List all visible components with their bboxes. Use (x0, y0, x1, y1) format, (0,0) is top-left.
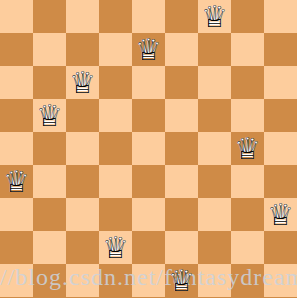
square-r1c7 (231, 33, 264, 66)
square-r0c1 (33, 0, 66, 33)
square-r0c0 (0, 0, 33, 33)
square-r8c4 (132, 264, 165, 297)
white-queen-outline-icon: ♕ (66, 66, 99, 99)
square-r7c4 (132, 231, 165, 264)
square-r3c0 (0, 99, 33, 132)
square-r1c4: ♛♕ (132, 33, 165, 66)
square-r0c5 (165, 0, 198, 33)
white-queen-outline-icon: ♕ (99, 231, 132, 264)
square-r8c0 (0, 264, 33, 297)
square-r4c4 (132, 132, 165, 165)
square-r0c2 (66, 0, 99, 33)
square-r8c2 (66, 264, 99, 297)
white-queen-outline-icon: ♕ (33, 99, 66, 132)
square-r4c0 (0, 132, 33, 165)
square-r7c2 (66, 231, 99, 264)
square-r1c8 (264, 33, 297, 66)
square-r7c7 (231, 231, 264, 264)
square-r5c4 (132, 165, 165, 198)
white-queen-outline-icon: ♕ (0, 165, 33, 198)
square-r6c4 (132, 198, 165, 231)
white-queen-piece: ♛♕ (165, 264, 198, 297)
square-r7c6 (198, 231, 231, 264)
square-r4c3 (99, 132, 132, 165)
square-r0c3 (99, 0, 132, 33)
square-r4c6 (198, 132, 231, 165)
chess-board: ♛♕♛♕♛♕♛♕♛♕♛♕♛♕♛♕♛♕ (0, 0, 297, 298)
white-queen-piece: ♛♕ (99, 231, 132, 264)
white-queen-piece: ♛♕ (264, 198, 297, 231)
square-r3c1: ♛♕ (33, 99, 66, 132)
square-r5c3 (99, 165, 132, 198)
white-queen-piece: ♛♕ (33, 99, 66, 132)
square-r1c5 (165, 33, 198, 66)
square-r6c8: ♛♕ (264, 198, 297, 231)
square-r3c6 (198, 99, 231, 132)
square-r7c0 (0, 231, 33, 264)
square-r4c7: ♛♕ (231, 132, 264, 165)
square-r3c2 (66, 99, 99, 132)
square-r6c2 (66, 198, 99, 231)
square-r8c7 (231, 264, 264, 297)
square-r7c5 (165, 231, 198, 264)
square-r6c3 (99, 198, 132, 231)
square-r2c8 (264, 66, 297, 99)
white-queen-outline-icon: ♕ (132, 33, 165, 66)
square-r5c6 (198, 165, 231, 198)
square-r4c5 (165, 132, 198, 165)
white-queen-outline-icon: ♕ (165, 264, 198, 297)
square-r8c8 (264, 264, 297, 297)
white-queen-outline-icon: ♕ (198, 0, 231, 33)
white-queen-outline-icon: ♕ (264, 198, 297, 231)
square-r3c3 (99, 99, 132, 132)
square-r7c1 (33, 231, 66, 264)
square-r5c1 (33, 165, 66, 198)
square-r3c7 (231, 99, 264, 132)
square-r4c8 (264, 132, 297, 165)
square-r7c8 (264, 231, 297, 264)
square-r5c8 (264, 165, 297, 198)
white-queen-piece: ♛♕ (132, 33, 165, 66)
square-r6c0 (0, 198, 33, 231)
square-r5c5 (165, 165, 198, 198)
white-queen-piece: ♛♕ (0, 165, 33, 198)
square-r0c8 (264, 0, 297, 33)
square-r4c2 (66, 132, 99, 165)
square-r2c4 (132, 66, 165, 99)
square-r4c1 (33, 132, 66, 165)
square-r2c2: ♛♕ (66, 66, 99, 99)
square-r3c4 (132, 99, 165, 132)
square-r6c6 (198, 198, 231, 231)
square-r6c7 (231, 198, 264, 231)
square-r0c6: ♛♕ (198, 0, 231, 33)
white-queen-outline-icon: ♕ (231, 132, 264, 165)
square-r2c1 (33, 66, 66, 99)
square-r3c5 (165, 99, 198, 132)
square-r8c1 (33, 264, 66, 297)
white-queen-piece: ♛♕ (198, 0, 231, 33)
board-container: ♛♕♛♕♛♕♛♕♛♕♛♕♛♕♛♕♛♕ //blog.csdn.net/fanta… (0, 0, 297, 298)
square-r1c2 (66, 33, 99, 66)
square-r8c3 (99, 264, 132, 297)
square-r1c3 (99, 33, 132, 66)
square-r2c0 (0, 66, 33, 99)
square-r5c0: ♛♕ (0, 165, 33, 198)
square-r2c7 (231, 66, 264, 99)
square-r6c1 (33, 198, 66, 231)
square-r2c3 (99, 66, 132, 99)
white-queen-piece: ♛♕ (66, 66, 99, 99)
square-r8c5: ♛♕ (165, 264, 198, 297)
square-r1c0 (0, 33, 33, 66)
white-queen-piece: ♛♕ (231, 132, 264, 165)
square-r6c5 (165, 198, 198, 231)
square-r7c3: ♛♕ (99, 231, 132, 264)
square-r0c4 (132, 0, 165, 33)
square-r8c6 (198, 264, 231, 297)
square-r0c7 (231, 0, 264, 33)
square-r3c8 (264, 99, 297, 132)
square-r1c1 (33, 33, 66, 66)
square-r5c2 (66, 165, 99, 198)
square-r5c7 (231, 165, 264, 198)
square-r2c6 (198, 66, 231, 99)
square-r2c5 (165, 66, 198, 99)
square-r1c6 (198, 33, 231, 66)
